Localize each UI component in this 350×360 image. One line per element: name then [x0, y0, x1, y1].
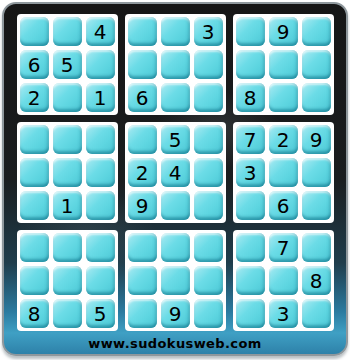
cell-r6c4[interactable]: 9: [128, 191, 157, 220]
cell-r1c3[interactable]: 4: [86, 17, 115, 46]
cell-r8c2[interactable]: [53, 266, 82, 295]
cell-r7c4[interactable]: [128, 233, 157, 262]
cell-r8c7[interactable]: [236, 266, 265, 295]
cell-r7c9[interactable]: [302, 233, 331, 262]
cell-r7c8[interactable]: 7: [269, 233, 298, 262]
cell-r6c7[interactable]: [236, 191, 265, 220]
cell-r9c2[interactable]: [53, 299, 82, 328]
box-5: 5249: [125, 122, 226, 223]
box-9: 783: [233, 230, 334, 331]
box-1: 46521: [17, 14, 118, 115]
cell-r7c5[interactable]: [161, 233, 190, 262]
cell-r5c5[interactable]: 4: [161, 158, 190, 187]
cell-r5c3[interactable]: [86, 158, 115, 187]
cell-r8c4[interactable]: [128, 266, 157, 295]
cell-r4c3[interactable]: [86, 125, 115, 154]
cell-r3c5[interactable]: [161, 83, 190, 112]
cell-r4c2[interactable]: [53, 125, 82, 154]
cell-r8c8[interactable]: [269, 266, 298, 295]
cell-r3c4[interactable]: 6: [128, 83, 157, 112]
cell-r4c7[interactable]: 7: [236, 125, 265, 154]
cell-r7c6[interactable]: [194, 233, 223, 262]
cell-r2c5[interactable]: [161, 50, 190, 79]
box-3: 98: [233, 14, 334, 115]
site-url-label: www.sudokusweb.com: [4, 336, 346, 351]
cell-r2c6[interactable]: [194, 50, 223, 79]
cell-r4c8[interactable]: 2: [269, 125, 298, 154]
cell-r2c9[interactable]: [302, 50, 331, 79]
cell-r9c7[interactable]: [236, 299, 265, 328]
cell-r3c2[interactable]: [53, 83, 82, 112]
box-8: 9: [125, 230, 226, 331]
cell-r8c6[interactable]: [194, 266, 223, 295]
cell-r9c1[interactable]: 8: [20, 299, 49, 328]
cell-r9c6[interactable]: [194, 299, 223, 328]
cell-r8c3[interactable]: [86, 266, 115, 295]
cell-r5c2[interactable]: [53, 158, 82, 187]
cell-r2c7[interactable]: [236, 50, 265, 79]
cell-r5c4[interactable]: 2: [128, 158, 157, 187]
cell-r2c8[interactable]: [269, 50, 298, 79]
cell-r2c2[interactable]: 5: [53, 50, 82, 79]
cell-r7c3[interactable]: [86, 233, 115, 262]
cell-r1c6[interactable]: 3: [194, 17, 223, 46]
cell-r5c1[interactable]: [20, 158, 49, 187]
cell-r6c2[interactable]: 1: [53, 191, 82, 220]
cell-r4c5[interactable]: 5: [161, 125, 190, 154]
sudoku-board-frame: 4652136981524972936859783 www.sudokusweb…: [2, 2, 348, 356]
cell-r7c1[interactable]: [20, 233, 49, 262]
box-6: 72936: [233, 122, 334, 223]
cell-r5c8[interactable]: [269, 158, 298, 187]
cell-r6c8[interactable]: 6: [269, 191, 298, 220]
cell-r6c6[interactable]: [194, 191, 223, 220]
box-4: 1: [17, 122, 118, 223]
cell-r8c1[interactable]: [20, 266, 49, 295]
cell-r3c3[interactable]: 1: [86, 83, 115, 112]
cell-r4c9[interactable]: 9: [302, 125, 331, 154]
cell-r2c1[interactable]: 6: [20, 50, 49, 79]
cell-r1c2[interactable]: [53, 17, 82, 46]
sudoku-grid: 4652136981524972936859783: [17, 4, 334, 331]
cell-r3c8[interactable]: [269, 83, 298, 112]
cell-r6c3[interactable]: [86, 191, 115, 220]
cell-r6c1[interactable]: [20, 191, 49, 220]
box-2: 36: [125, 14, 226, 115]
cell-r4c6[interactable]: [194, 125, 223, 154]
cell-r9c9[interactable]: [302, 299, 331, 328]
cell-r4c1[interactable]: [20, 125, 49, 154]
cell-r3c1[interactable]: 2: [20, 83, 49, 112]
cell-r5c6[interactable]: [194, 158, 223, 187]
cell-r9c3[interactable]: 5: [86, 299, 115, 328]
cell-r9c4[interactable]: [128, 299, 157, 328]
cell-r7c2[interactable]: [53, 233, 82, 262]
cell-r8c9[interactable]: 8: [302, 266, 331, 295]
cell-r3c9[interactable]: [302, 83, 331, 112]
cell-r3c7[interactable]: 8: [236, 83, 265, 112]
box-7: 85: [17, 230, 118, 331]
cell-r1c9[interactable]: [302, 17, 331, 46]
cell-r1c1[interactable]: [20, 17, 49, 46]
cell-r8c5[interactable]: [161, 266, 190, 295]
cell-r5c7[interactable]: 3: [236, 158, 265, 187]
cell-r6c9[interactable]: [302, 191, 331, 220]
cell-r2c4[interactable]: [128, 50, 157, 79]
cell-r1c7[interactable]: [236, 17, 265, 46]
cell-r7c7[interactable]: [236, 233, 265, 262]
cell-r1c5[interactable]: [161, 17, 190, 46]
cell-r1c4[interactable]: [128, 17, 157, 46]
cell-r9c5[interactable]: 9: [161, 299, 190, 328]
cell-r1c8[interactable]: 9: [269, 17, 298, 46]
cell-r3c6[interactable]: [194, 83, 223, 112]
cell-r5c9[interactable]: [302, 158, 331, 187]
cell-r6c5[interactable]: [161, 191, 190, 220]
cell-r4c4[interactable]: [128, 125, 157, 154]
cell-r9c8[interactable]: 3: [269, 299, 298, 328]
cell-r2c3[interactable]: [86, 50, 115, 79]
